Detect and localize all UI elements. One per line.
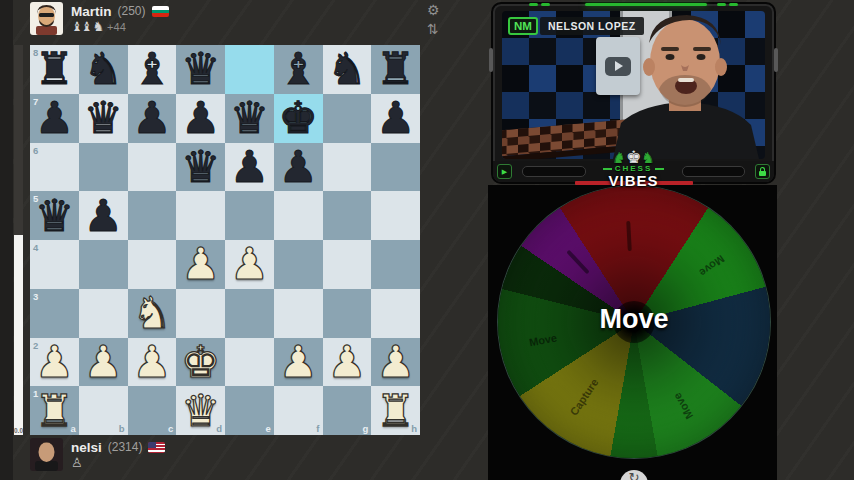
- file-label-b: b: [119, 423, 125, 434]
- chess-board[interactable]: 8♜♞♝♛♝♞♜7♟♛♟♟♛♚♟6♛♟♟5♛♟4♟♟3♞2♟♟♟♚♟♟♟1a♜b…: [30, 45, 420, 435]
- wheel-segment-label-move: Move: [670, 391, 694, 421]
- square-b5[interactable]: ♟: [79, 191, 128, 240]
- top-player-name[interactable]: Martin: [71, 4, 112, 19]
- square-c4[interactable]: [128, 240, 177, 289]
- flip-board-icon[interactable]: ⇅: [427, 22, 440, 36]
- square-f8[interactable]: ♝: [274, 45, 323, 94]
- square-a4[interactable]: 4: [30, 240, 79, 289]
- square-a3[interactable]: 3: [30, 289, 79, 338]
- rank-label-1: 1: [33, 388, 38, 399]
- square-h2[interactable]: ♟: [371, 338, 420, 387]
- square-c5[interactable]: [128, 191, 177, 240]
- square-d2[interactable]: ♚: [176, 338, 225, 387]
- wheel-illegible-text: [627, 221, 633, 251]
- frame-accent-dash: [729, 3, 738, 6]
- wheel-illegible-text: [566, 250, 589, 275]
- square-d5[interactable]: [176, 191, 225, 240]
- piece-white-pawn[interactable]: ♟: [323, 338, 372, 387]
- file-label-h: h: [411, 423, 417, 434]
- square-d8[interactable]: ♛: [176, 45, 225, 94]
- piece-black-rook[interactable]: ♜: [371, 45, 420, 94]
- piece-black-queen[interactable]: ♛: [176, 143, 225, 192]
- nelsi-avatar-image: [30, 438, 63, 471]
- chess-vibes-logo: ♞♚♞ CHESS VIBES: [589, 150, 679, 189]
- rank-label-8: 8: [33, 47, 38, 58]
- square-a5[interactable]: 5♛: [30, 191, 79, 240]
- square-c2[interactable]: ♟: [128, 338, 177, 387]
- piece-black-queen[interactable]: ♛: [79, 94, 128, 143]
- square-e3[interactable]: [225, 289, 274, 338]
- square-f2[interactable]: ♟: [274, 338, 323, 387]
- piece-black-king[interactable]: ♚: [274, 94, 323, 143]
- square-g8[interactable]: ♞: [323, 45, 372, 94]
- rank-label-5: 5: [33, 193, 38, 204]
- piece-black-pawn[interactable]: ♟: [128, 94, 177, 143]
- square-a2[interactable]: 2♟: [30, 338, 79, 387]
- square-g7[interactable]: [323, 94, 372, 143]
- piece-black-pawn[interactable]: ♟: [79, 191, 128, 240]
- wheel-result-label: Move: [498, 304, 770, 335]
- piece-white-pawn[interactable]: ♟: [371, 338, 420, 387]
- green-play-icon[interactable]: ▶: [497, 164, 512, 179]
- square-f1[interactable]: f: [274, 386, 323, 435]
- square-c8[interactable]: ♝: [128, 45, 177, 94]
- spin-button[interactable]: ↻: [620, 470, 648, 480]
- square-d7[interactable]: ♟: [176, 94, 225, 143]
- frame-accent-dash: [541, 3, 550, 6]
- square-a6[interactable]: 6: [30, 143, 79, 192]
- square-g1[interactable]: g: [323, 386, 372, 435]
- bottom-player-row: nelsi (2314) ♙: [30, 438, 165, 471]
- square-d3[interactable]: [176, 289, 225, 338]
- square-a7[interactable]: 7♟: [30, 94, 79, 143]
- square-e2[interactable]: [225, 338, 274, 387]
- rank-label-4: 4: [33, 242, 38, 253]
- settings-gear-icon[interactable]: ⚙: [427, 3, 440, 17]
- rank-label-6: 6: [33, 145, 38, 156]
- file-label-g: g: [362, 423, 368, 434]
- piece-white-pawn[interactable]: ♟: [225, 240, 274, 289]
- rank-label-7: 7: [33, 96, 38, 107]
- square-h1[interactable]: h♜: [371, 386, 420, 435]
- evaluation-bar-white-portion: [14, 235, 23, 435]
- square-h5[interactable]: [371, 191, 420, 240]
- streamer-badge: NM NELSON LOPEZ: [508, 17, 644, 35]
- wheel-segment-label-capture: Capture: [567, 376, 600, 417]
- piece-black-pawn[interactable]: ♟: [225, 143, 274, 192]
- bottom-player-name[interactable]: nelsi: [71, 440, 102, 455]
- square-b8[interactable]: ♞: [79, 45, 128, 94]
- square-c6[interactable]: [128, 143, 177, 192]
- square-c3[interactable]: ♞: [128, 289, 177, 338]
- frame-notch-left: [489, 48, 493, 72]
- square-g2[interactable]: ♟: [323, 338, 372, 387]
- square-f4[interactable]: [274, 240, 323, 289]
- app-root: Martin (250) ♝♝ ♞ +44 ⚙ ⇅ 0.0 8♜♞♝♛♝♞♜7♟…: [0, 0, 854, 480]
- piece-white-pawn[interactable]: ♟: [79, 338, 128, 387]
- square-f7[interactable]: ♚: [274, 94, 323, 143]
- square-f6[interactable]: ♟: [274, 143, 323, 192]
- top-captured-pieces: ♝♝ ♞: [71, 19, 102, 34]
- square-h4[interactable]: [371, 240, 420, 289]
- bulgaria-flag-icon: [152, 6, 169, 17]
- piece-black-knight[interactable]: ♞: [323, 45, 372, 94]
- avatar-nelsi[interactable]: [30, 438, 63, 471]
- rank-label-3: 3: [33, 291, 38, 302]
- square-e6[interactable]: ♟: [225, 143, 274, 192]
- piece-black-bishop[interactable]: ♝: [274, 45, 323, 94]
- square-g6[interactable]: [323, 143, 372, 192]
- square-f3[interactable]: [274, 289, 323, 338]
- streamer-name: NELSON LOPEZ: [540, 17, 644, 35]
- square-b3[interactable]: [79, 289, 128, 338]
- square-e4[interactable]: ♟: [225, 240, 274, 289]
- square-b4[interactable]: [79, 240, 128, 289]
- square-b1[interactable]: b: [79, 386, 128, 435]
- piece-black-knight[interactable]: ♞: [79, 45, 128, 94]
- spinner-panel: Move MoveMoveCaptureMove ↻: [488, 185, 777, 480]
- bottom-bar-slot: [682, 166, 746, 177]
- bottom-bar-slot: [522, 166, 586, 177]
- square-h8[interactable]: ♜: [371, 45, 420, 94]
- piece-black-pawn[interactable]: ♟: [274, 143, 323, 192]
- square-h6[interactable]: [371, 143, 420, 192]
- file-label-a: a: [70, 423, 75, 434]
- square-h3[interactable]: [371, 289, 420, 338]
- square-c7[interactable]: ♟: [128, 94, 177, 143]
- top-material-advantage: +44: [107, 21, 126, 33]
- piece-white-pawn[interactable]: ♟: [274, 338, 323, 387]
- left-edge-strip: [0, 0, 13, 480]
- piece-black-bishop[interactable]: ♝: [128, 45, 177, 94]
- square-a8[interactable]: 8♜: [30, 45, 79, 94]
- square-e7[interactable]: ♛: [225, 94, 274, 143]
- square-g5[interactable]: [323, 191, 372, 240]
- wheel-segment-label-move: Move: [697, 252, 727, 278]
- spinner-wheel[interactable]: Move MoveMoveCaptureMove: [498, 186, 770, 458]
- piece-white-pawn[interactable]: ♟: [128, 338, 177, 387]
- green-lock-icon[interactable]: [755, 164, 770, 179]
- square-d1[interactable]: d♛: [176, 386, 225, 435]
- square-h7[interactable]: ♟: [371, 94, 420, 143]
- square-b2[interactable]: ♟: [79, 338, 128, 387]
- webcam-video[interactable]: ♔ ♖♙♗♘♙♕♙♔♜♟: [502, 11, 765, 159]
- frame-accent-line: [585, 3, 707, 6]
- square-e5[interactable]: [225, 191, 274, 240]
- webcam-panel: ♔ ♖♙♗♘♙♕♙♔♜♟: [491, 2, 776, 184]
- board-toolbar: ⚙ ⇅: [427, 3, 440, 36]
- square-g3[interactable]: [323, 289, 372, 338]
- piece-black-pawn[interactable]: ♟: [176, 94, 225, 143]
- title-badge: NM: [508, 17, 538, 35]
- rank-label-2: 2: [33, 340, 38, 351]
- bottom-player-rating: (2314): [108, 440, 143, 454]
- piece-black-queen[interactable]: ♛: [225, 94, 274, 143]
- logo-text-vibes: VIBES: [589, 173, 679, 189]
- evaluation-bar: 0.0: [14, 45, 23, 435]
- square-g4[interactable]: [323, 240, 372, 289]
- piece-white-pawn[interactable]: ♟: [176, 240, 225, 289]
- evaluation-value: 0.0: [14, 427, 23, 434]
- chess-vibes-emblem: ♞♚♞: [589, 150, 679, 165]
- piece-white-knight[interactable]: ♞: [128, 289, 177, 338]
- square-a1[interactable]: 1a♜: [30, 386, 79, 435]
- piece-white-king[interactable]: ♚: [176, 338, 225, 387]
- frame-accent-dash: [717, 3, 726, 6]
- square-b7[interactable]: ♛: [79, 94, 128, 143]
- file-label-e: e: [265, 423, 270, 434]
- usa-flag-icon: [148, 442, 165, 453]
- bottom-captured-pieces: ♙: [71, 455, 83, 470]
- file-label-f: f: [316, 423, 319, 434]
- spin-icon: ↻: [629, 470, 640, 480]
- square-f5[interactable]: [274, 191, 323, 240]
- piece-black-pawn[interactable]: ♟: [371, 94, 420, 143]
- square-d6[interactable]: ♛: [176, 143, 225, 192]
- top-player-row: Martin (250) ♝♝ ♞ +44: [30, 2, 169, 35]
- frame-accent-dash: [529, 3, 538, 6]
- square-c1[interactable]: c: [128, 386, 177, 435]
- martin-bot-avatar-image: [30, 2, 63, 35]
- square-d4[interactable]: ♟: [176, 240, 225, 289]
- top-player-rating: (250): [118, 4, 146, 18]
- square-e8[interactable]: [225, 45, 274, 94]
- file-label-c: c: [168, 423, 173, 434]
- avatar-martin[interactable]: [30, 2, 63, 35]
- file-label-d: d: [216, 423, 222, 434]
- square-e1[interactable]: e: [225, 386, 274, 435]
- square-b6[interactable]: [79, 143, 128, 192]
- piece-black-queen[interactable]: ♛: [176, 45, 225, 94]
- frame-notch-right: [774, 48, 778, 72]
